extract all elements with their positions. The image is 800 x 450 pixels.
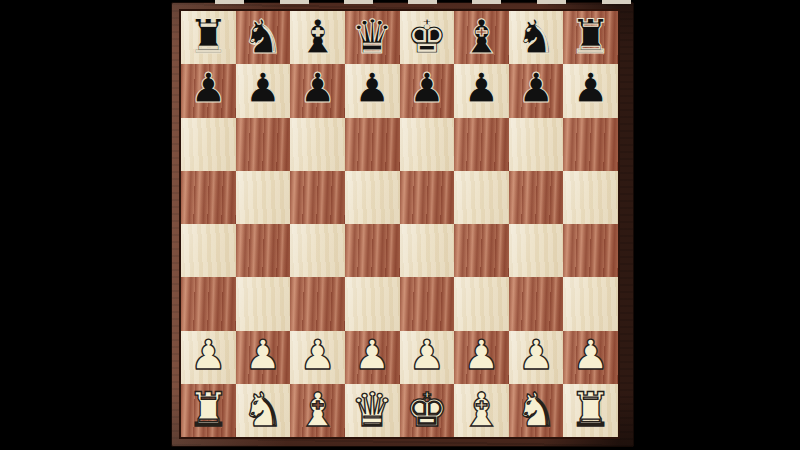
square-a8[interactable]: ♜	[181, 11, 236, 64]
white-knight[interactable]: ♞	[515, 386, 557, 433]
square-d1[interactable]: ♛	[345, 384, 400, 437]
square-a7[interactable]: ♟	[181, 64, 236, 117]
white-pawn[interactable]: ♟	[518, 335, 555, 376]
square-h2[interactable]: ♟	[563, 331, 618, 384]
square-b8[interactable]: ♞	[236, 11, 291, 64]
square-b3[interactable]	[236, 277, 291, 330]
cropped-row-artifact	[215, 0, 244, 4]
square-h3[interactable]	[563, 277, 618, 330]
square-d6[interactable]	[345, 118, 400, 171]
white-queen[interactable]: ♛	[351, 386, 393, 433]
square-e2[interactable]: ♟	[400, 331, 455, 384]
white-pawn[interactable]: ♟	[463, 335, 500, 376]
square-f5[interactable]	[454, 171, 509, 224]
square-d2[interactable]: ♟	[345, 331, 400, 384]
square-c6[interactable]	[290, 118, 345, 171]
cropped-row-artifact	[344, 0, 373, 4]
black-queen[interactable]: ♛	[351, 13, 393, 60]
black-pawn[interactable]: ♟	[463, 68, 500, 109]
black-bishop[interactable]: ♝	[460, 13, 502, 60]
square-g7[interactable]: ♟	[509, 64, 564, 117]
white-pawn[interactable]: ♟	[408, 335, 445, 376]
black-bishop[interactable]: ♝	[296, 13, 338, 60]
white-pawn[interactable]: ♟	[245, 335, 282, 376]
square-a2[interactable]: ♟	[181, 331, 236, 384]
square-f3[interactable]	[454, 277, 509, 330]
square-e4[interactable]	[400, 224, 455, 277]
square-b1[interactable]: ♞	[236, 384, 291, 437]
square-d8[interactable]: ♛	[345, 11, 400, 64]
black-pawn[interactable]: ♟	[572, 68, 609, 109]
white-bishop[interactable]: ♝	[296, 386, 338, 433]
square-g1[interactable]: ♞	[509, 384, 564, 437]
square-f7[interactable]: ♟	[454, 64, 509, 117]
square-b6[interactable]	[236, 118, 291, 171]
white-pawn[interactable]: ♟	[190, 335, 227, 376]
square-d3[interactable]	[345, 277, 400, 330]
white-pawn[interactable]: ♟	[572, 335, 609, 376]
square-e6[interactable]	[400, 118, 455, 171]
square-c2[interactable]: ♟	[290, 331, 345, 384]
black-pawn[interactable]: ♟	[190, 68, 227, 109]
square-h6[interactable]	[563, 118, 618, 171]
square-c8[interactable]: ♝	[290, 11, 345, 64]
square-e8[interactable]: ♚	[400, 11, 455, 64]
cropped-row-artifact	[280, 0, 309, 4]
square-c4[interactable]	[290, 224, 345, 277]
square-g8[interactable]: ♞	[509, 11, 564, 64]
square-a6[interactable]	[181, 118, 236, 171]
square-h4[interactable]	[563, 224, 618, 277]
square-g4[interactable]	[509, 224, 564, 277]
square-b5[interactable]	[236, 171, 291, 224]
white-king[interactable]: ♚	[406, 386, 448, 433]
cropped-row-artifact	[602, 0, 631, 4]
black-king[interactable]: ♚	[406, 13, 448, 60]
video-frame: ♜♞♝♛♚♝♞♜♟♟♟♟♟♟♟♟♟♟♟♟♟♟♟♟♜♞♝♛♚♝♞♜	[0, 0, 800, 450]
square-g6[interactable]	[509, 118, 564, 171]
square-c1[interactable]: ♝	[290, 384, 345, 437]
square-a1[interactable]: ♜	[181, 384, 236, 437]
square-d4[interactable]	[345, 224, 400, 277]
square-g2[interactable]: ♟	[509, 331, 564, 384]
cropped-row-artifact	[537, 0, 566, 4]
square-e1[interactable]: ♚	[400, 384, 455, 437]
square-h1[interactable]: ♜	[563, 384, 618, 437]
white-knight[interactable]: ♞	[242, 386, 284, 433]
square-d7[interactable]: ♟	[345, 64, 400, 117]
black-pawn[interactable]: ♟	[408, 68, 445, 109]
square-b4[interactable]	[236, 224, 291, 277]
square-e3[interactable]	[400, 277, 455, 330]
cropped-row-artifact	[408, 0, 437, 4]
square-f1[interactable]: ♝	[454, 384, 509, 437]
black-rook[interactable]: ♜	[187, 13, 229, 60]
square-b7[interactable]: ♟	[236, 64, 291, 117]
black-pawn[interactable]: ♟	[354, 68, 391, 109]
chess-board[interactable]: ♜♞♝♛♚♝♞♜♟♟♟♟♟♟♟♟♟♟♟♟♟♟♟♟♜♞♝♛♚♝♞♜	[181, 11, 618, 437]
white-pawn[interactable]: ♟	[299, 335, 336, 376]
square-a5[interactable]	[181, 171, 236, 224]
black-knight[interactable]: ♞	[515, 13, 557, 60]
square-c3[interactable]	[290, 277, 345, 330]
white-rook[interactable]: ♜	[570, 386, 612, 433]
square-h7[interactable]: ♟	[563, 64, 618, 117]
square-a4[interactable]	[181, 224, 236, 277]
square-e5[interactable]	[400, 171, 455, 224]
white-pawn[interactable]: ♟	[354, 335, 391, 376]
square-f2[interactable]: ♟	[454, 331, 509, 384]
square-f8[interactable]: ♝	[454, 11, 509, 64]
square-f6[interactable]	[454, 118, 509, 171]
black-rook[interactable]: ♜	[570, 13, 612, 60]
black-pawn[interactable]: ♟	[518, 68, 555, 109]
cropped-row-artifact	[472, 0, 501, 4]
square-g3[interactable]	[509, 277, 564, 330]
black-knight[interactable]: ♞	[242, 13, 284, 60]
square-c5[interactable]	[290, 171, 345, 224]
white-bishop[interactable]: ♝	[460, 386, 502, 433]
chess-board-frame: ♜♞♝♛♚♝♞♜♟♟♟♟♟♟♟♟♟♟♟♟♟♟♟♟♜♞♝♛♚♝♞♜	[171, 2, 634, 447]
square-e7[interactable]: ♟	[400, 64, 455, 117]
square-b2[interactable]: ♟	[236, 331, 291, 384]
square-h8[interactable]: ♜	[563, 11, 618, 64]
square-h5[interactable]	[563, 171, 618, 224]
square-d5[interactable]	[345, 171, 400, 224]
black-pawn[interactable]: ♟	[245, 68, 282, 109]
square-a3[interactable]	[181, 277, 236, 330]
square-f4[interactable]	[454, 224, 509, 277]
white-rook[interactable]: ♜	[187, 386, 229, 433]
square-g5[interactable]	[509, 171, 564, 224]
black-pawn[interactable]: ♟	[299, 68, 336, 109]
square-c7[interactable]: ♟	[290, 64, 345, 117]
